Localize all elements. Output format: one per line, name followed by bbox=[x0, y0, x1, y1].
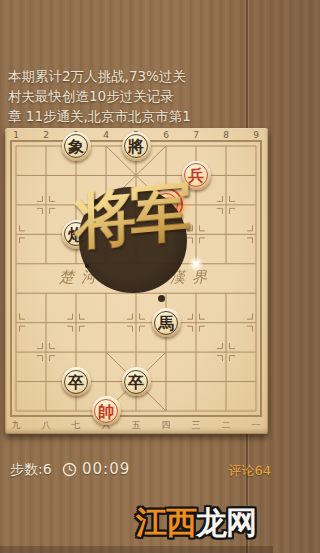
site-watermark: 江西龙网 bbox=[136, 502, 256, 544]
piece-black-炮[interactable]: 炮 bbox=[62, 220, 91, 249]
piece-red-帥[interactable]: 帥 bbox=[92, 396, 121, 425]
stats-line-record: 村夫最快创造10步过关记录 bbox=[8, 86, 191, 106]
piece-black-卒[interactable]: 卒 bbox=[122, 367, 151, 396]
piece-red-兵[interactable]: 兵 bbox=[182, 161, 211, 190]
piece-black-卒[interactable]: 卒 bbox=[62, 367, 91, 396]
clock-icon bbox=[62, 462, 77, 477]
bottom-shadow-band bbox=[0, 546, 273, 553]
piece-character: 馬 bbox=[158, 315, 174, 331]
challenge-stats: 本期累计2万人挑战,73%过关 村夫最快创造10步过关记录 章 11步通关,北京… bbox=[8, 66, 191, 126]
timer-value: 00:09 bbox=[82, 460, 130, 478]
stats-line-participants: 本期累计2万人挑战,73%过关 bbox=[8, 66, 191, 86]
piece-black-將[interactable]: 將 bbox=[122, 132, 151, 161]
piece-character: 卒 bbox=[128, 374, 144, 390]
comments-button[interactable]: 评论64 bbox=[228, 462, 271, 480]
stats-line-rank: 章 11步通关,北京市北京市第1 bbox=[8, 106, 191, 126]
piece-black-馬[interactable]: 馬 bbox=[152, 308, 181, 337]
piece-character: 象 bbox=[68, 139, 84, 155]
piece-character: 馬 bbox=[158, 197, 174, 213]
piece-character: 帥 bbox=[98, 403, 114, 419]
site-watermark-part2: 龙网 bbox=[196, 504, 256, 540]
piece-red-馬[interactable]: 馬 bbox=[152, 190, 181, 219]
piece-character: 兵 bbox=[188, 168, 204, 184]
piece-character: 炮 bbox=[68, 227, 84, 243]
piece-character: 卒 bbox=[68, 374, 84, 390]
status-bar: 步数:6 00:09 评论64 bbox=[0, 458, 273, 482]
piece-character: 將 bbox=[128, 139, 144, 155]
piece-black-象[interactable]: 象 bbox=[62, 132, 91, 161]
site-watermark-part1: 江西 bbox=[136, 504, 196, 540]
xiangqi-board-grid[interactable]: 象將兵馬炮馬卒卒帥 bbox=[1, 131, 271, 426]
move-counter: 步数:6 bbox=[10, 461, 52, 479]
xiangqi-endgame-screen: { "game": "xiangqi", "header": { "lines"… bbox=[0, 0, 273, 553]
